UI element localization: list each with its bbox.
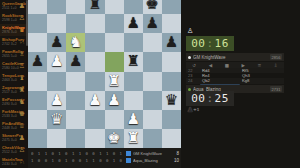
black-pawn[interactable]: ♟	[50, 33, 63, 52]
square-f8[interactable]	[124, 0, 143, 14]
square-g6[interactable]	[143, 33, 162, 52]
square-b1[interactable]	[47, 129, 66, 148]
channel-item-4[interactable]: PawnRoller2655 5+0♗	[0, 48, 26, 60]
square-a7[interactable]	[28, 14, 47, 33]
game-side-panel: ♙ 00:16 GM KnightWave 2856 ↺◀■▶≡⇩ 22Rd4R…	[181, 0, 300, 168]
square-b3[interactable]: ♟	[47, 91, 66, 110]
square-f4[interactable]	[124, 72, 143, 91]
square-f7[interactable]: ♟	[124, 14, 143, 33]
player-rating: 2731	[270, 86, 282, 92]
move-black[interactable]: Kg8	[240, 78, 280, 83]
channel-item-7[interactable]: ZugzwangX2517 3+0♜	[0, 84, 26, 96]
channel-item-8[interactable]: EnPassantz2490 3+0♞	[0, 96, 26, 108]
channel-icon: ♘	[19, 38, 25, 46]
crosstable-player: Aqua_Blazing	[133, 158, 171, 163]
black-pawn[interactable]: ♟	[31, 52, 44, 71]
square-d6[interactable]	[85, 33, 104, 52]
white-queen[interactable]: ♛	[50, 110, 63, 129]
channel-icon: ♙	[19, 14, 25, 22]
white-knight[interactable]: ♞	[69, 33, 82, 52]
square-e7[interactable]	[105, 14, 124, 33]
crosstable-score: 8	[171, 151, 179, 156]
square-d8[interactable]: ♜	[85, 0, 104, 14]
square-g2[interactable]	[143, 110, 162, 129]
square-d1[interactable]	[85, 129, 104, 148]
square-g4[interactable]	[143, 72, 162, 91]
white-pawn[interactable]: ♟	[50, 91, 63, 110]
square-g1[interactable]	[143, 129, 162, 148]
current-game-marker[interactable]	[126, 151, 131, 156]
white-pawn[interactable]: ♟	[126, 110, 139, 129]
toolbar-icon-5[interactable]: ⇩	[274, 63, 278, 68]
captured-tray-top: ♙	[187, 27, 193, 35]
toolbar-icon-4[interactable]: ≡	[258, 63, 262, 68]
square-c5[interactable]: ♟	[66, 52, 85, 71]
channel-icon: ♗	[19, 50, 25, 58]
square-a3[interactable]	[28, 91, 47, 110]
captured-tray-bottom: ♟+1	[187, 106, 199, 114]
toolbar-icon-2[interactable]: ■	[225, 63, 229, 68]
crosstable-player: GM KnightWave	[133, 151, 171, 156]
captured-piece-icon: ♙	[187, 27, 193, 35]
black-rook[interactable]: ♜	[88, 0, 101, 14]
square-f3[interactable]	[124, 91, 143, 110]
channel-icon: ♕	[19, 122, 25, 130]
square-d7[interactable]	[85, 14, 104, 33]
black-king[interactable]: ♚	[146, 0, 159, 14]
channel-item-9[interactable]: ForkMaster2533 3+0♚	[0, 108, 26, 120]
clock-bottom: 00:25	[186, 91, 234, 106]
square-d5[interactable]	[85, 52, 104, 71]
chess-board: ♜♚♟♟♟♞♟♟♟♟♜♜♟♟♟♛♛♟♚♜	[28, 0, 181, 148]
square-e6[interactable]	[105, 33, 124, 52]
white-pawn[interactable]: ♟	[50, 52, 63, 71]
white-rook[interactable]: ♜	[107, 72, 120, 91]
channel-item-13[interactable]: MateInTwo2430 3+0♘	[0, 156, 26, 168]
crosstable-row: 1 0 0 1 0 1 0 0 1 1 0 0 1 0 1 1 0 1Aqua_…	[28, 157, 181, 164]
square-h5[interactable]	[162, 52, 181, 71]
square-e3[interactable]: ♟	[105, 91, 124, 110]
square-f6[interactable]	[124, 33, 143, 52]
channel-icon: ♜	[19, 86, 25, 94]
square-c2[interactable]	[66, 110, 85, 129]
channel-item-2[interactable]: KnightWave2876 3+0♛	[0, 24, 26, 36]
square-b4[interactable]	[47, 72, 66, 91]
square-c8[interactable]	[66, 0, 85, 14]
square-h1[interactable]	[162, 129, 181, 148]
square-e5[interactable]	[105, 52, 124, 71]
square-a1[interactable]	[28, 129, 47, 148]
black-pawn[interactable]: ♟	[146, 14, 159, 33]
crosstable-score: 10	[171, 158, 179, 163]
square-a2[interactable]	[28, 110, 47, 129]
chess-tv-app: QueenGambit2511 1+0♟RookStorm2598 1+0♙Kn…	[0, 0, 300, 168]
channel-item-5[interactable]: CastleKing2580 10+0♖	[0, 60, 26, 72]
square-h2[interactable]	[162, 110, 181, 129]
channel-icon: ♚	[19, 110, 25, 118]
channel-item-10[interactable]: PinAndWin2448 3+0♕	[0, 120, 26, 132]
square-g3[interactable]	[143, 91, 162, 110]
square-h8[interactable]	[162, 0, 181, 14]
white-rook[interactable]: ♜	[126, 129, 139, 148]
square-b7[interactable]	[47, 14, 66, 33]
black-queen[interactable]: ♛	[165, 91, 178, 110]
black-pawn[interactable]: ♟	[165, 33, 178, 52]
move-white[interactable]: Qb2	[200, 78, 240, 83]
channel-icon: ♟	[19, 134, 25, 142]
square-e8[interactable]	[105, 0, 124, 14]
square-c7[interactable]	[66, 14, 85, 33]
channel-icon: ♟	[19, 2, 25, 10]
square-e1[interactable]: ♚	[105, 129, 124, 148]
channel-icon: ♞	[19, 98, 25, 106]
player-rating: 2856	[270, 54, 282, 60]
channel-item-1[interactable]: RookStorm2598 1+0♙	[0, 12, 26, 24]
channel-sidebar: QueenGambit2511 1+0♟RookStorm2598 1+0♙Kn…	[0, 0, 28, 168]
channel-icon: ♙	[19, 146, 25, 154]
white-pawn[interactable]: ♟	[107, 91, 120, 110]
square-a6[interactable]	[28, 33, 47, 52]
crosstable: 0 1 1 0 1 0 1 1 0 0 1 1 0 1 0 1GM Knight…	[28, 148, 181, 168]
square-c3[interactable]	[66, 91, 85, 110]
player-color-dot	[188, 56, 191, 59]
channel-item-3[interactable]: BishopFury2702 3+2♘	[0, 36, 26, 48]
channel-icon: ♝	[19, 74, 25, 82]
square-g7[interactable]: ♟	[143, 14, 162, 33]
crosstable-row: 0 1 1 0 1 0 1 1 0 0 1 1 0 1 0 1GM Knight…	[28, 150, 181, 157]
square-h7[interactable]	[162, 14, 181, 33]
square-h4[interactable]	[162, 72, 181, 91]
white-king[interactable]: ♚	[107, 129, 120, 148]
channel-icon: ♛	[19, 26, 25, 34]
white-pawn[interactable]: ♟	[88, 91, 101, 110]
game-results: 1 0 0 1 0 1 0 0 1 1 0 0 1 0 1 1 0 1	[31, 158, 126, 163]
square-e2[interactable]	[105, 110, 124, 129]
game-results: 0 1 1 0 1 0 1 1 0 0 1 1 0 1 0 1	[31, 151, 126, 156]
square-b8[interactable]	[47, 0, 66, 14]
toolbar-icon-1[interactable]: ◀	[209, 63, 212, 68]
black-rook[interactable]: ♜	[126, 52, 139, 71]
move-row: 24Qb2Kg8	[186, 78, 284, 83]
square-b6[interactable]: ♟	[47, 33, 66, 52]
player-top[interactable]: GM KnightWave 2856	[186, 53, 284, 61]
square-b5[interactable]: ♟	[47, 52, 66, 71]
square-c1[interactable]	[66, 129, 85, 148]
channel-item-0[interactable]: QueenGambit2511 1+0♟	[0, 0, 26, 12]
square-c4[interactable]	[66, 72, 85, 91]
square-a4[interactable]	[28, 72, 47, 91]
square-g5[interactable]	[143, 52, 162, 71]
square-f1[interactable]: ♜	[124, 129, 143, 148]
black-pawn[interactable]: ♟	[69, 52, 82, 71]
square-e4[interactable]: ♜	[105, 72, 124, 91]
channel-item-6[interactable]: TempoLoss2463 3+0♝	[0, 72, 26, 84]
square-c6[interactable]: ♞	[66, 33, 85, 52]
channel-icon: ♘	[19, 158, 25, 166]
square-a8[interactable]	[28, 0, 47, 14]
toolbar-icon-0[interactable]: ↺	[192, 63, 196, 68]
black-pawn[interactable]: ♟	[126, 14, 139, 33]
square-g8[interactable]: ♚	[143, 0, 162, 14]
clock-top: 00:16	[186, 36, 234, 51]
current-game-marker[interactable]	[126, 158, 131, 163]
square-h6[interactable]: ♟	[162, 33, 181, 52]
channel-icon: ♖	[19, 62, 25, 70]
channel-item-12[interactable]: CheckVibes2512 3+0♙	[0, 144, 26, 156]
toolbar-icon-3[interactable]: ▶	[241, 63, 244, 68]
square-f2[interactable]: ♟	[124, 110, 143, 129]
player-name: GM KnightWave	[193, 55, 268, 60]
square-d2[interactable]	[85, 110, 104, 129]
square-h3[interactable]: ♛	[162, 91, 181, 110]
channel-item-11[interactable]: SkewerPro2475 3+0♟	[0, 132, 26, 144]
square-a5[interactable]: ♟	[28, 52, 47, 71]
square-d3[interactable]: ♟	[85, 91, 104, 110]
square-b2[interactable]: ♛	[47, 110, 66, 129]
square-d4[interactable]	[85, 72, 104, 91]
square-f5[interactable]: ♜	[124, 52, 143, 71]
